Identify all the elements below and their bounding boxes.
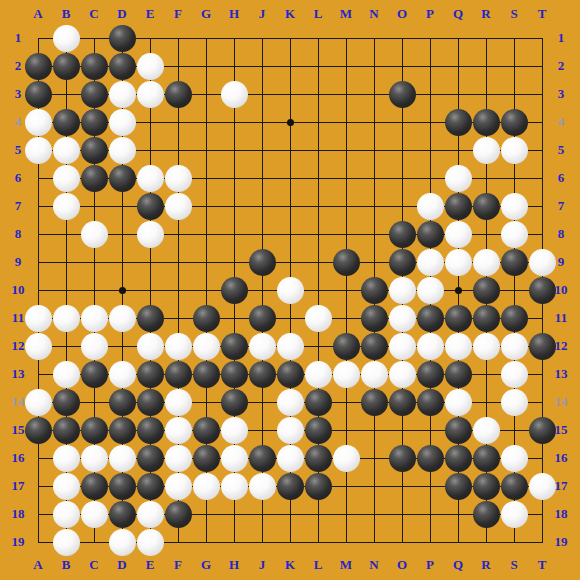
- intersection[interactable]: [360, 192, 388, 220]
- intersection[interactable]: [360, 416, 388, 444]
- intersection[interactable]: [248, 388, 276, 416]
- intersection[interactable]: [416, 360, 444, 388]
- intersection[interactable]: [192, 108, 220, 136]
- intersection[interactable]: [52, 276, 80, 304]
- intersection[interactable]: [304, 164, 332, 192]
- intersection[interactable]: [136, 388, 164, 416]
- intersection[interactable]: [360, 52, 388, 80]
- intersection[interactable]: [360, 444, 388, 472]
- intersection[interactable]: [500, 52, 528, 80]
- intersection[interactable]: [192, 24, 220, 52]
- intersection[interactable]: [80, 24, 108, 52]
- intersection[interactable]: [192, 388, 220, 416]
- intersection[interactable]: [136, 444, 164, 472]
- intersection[interactable]: [248, 108, 276, 136]
- intersection[interactable]: [136, 360, 164, 388]
- intersection[interactable]: [164, 416, 192, 444]
- intersection[interactable]: [472, 388, 500, 416]
- intersection[interactable]: [276, 164, 304, 192]
- intersection[interactable]: [52, 24, 80, 52]
- intersection[interactable]: [164, 164, 192, 192]
- intersection[interactable]: [500, 192, 528, 220]
- intersection[interactable]: [332, 332, 360, 360]
- intersection[interactable]: [276, 472, 304, 500]
- intersection[interactable]: [472, 108, 500, 136]
- intersection[interactable]: [360, 304, 388, 332]
- intersection[interactable]: [80, 80, 108, 108]
- intersection[interactable]: [108, 444, 136, 472]
- intersection[interactable]: [500, 220, 528, 248]
- intersection[interactable]: [220, 220, 248, 248]
- intersection[interactable]: [444, 500, 472, 528]
- intersection[interactable]: [472, 472, 500, 500]
- intersection[interactable]: [304, 416, 332, 444]
- intersection[interactable]: [108, 416, 136, 444]
- intersection[interactable]: [388, 52, 416, 80]
- intersection[interactable]: [472, 500, 500, 528]
- intersection[interactable]: [388, 360, 416, 388]
- intersection[interactable]: [220, 304, 248, 332]
- intersection[interactable]: [80, 304, 108, 332]
- intersection[interactable]: [360, 136, 388, 164]
- intersection[interactable]: [220, 416, 248, 444]
- intersection[interactable]: [332, 360, 360, 388]
- intersection[interactable]: [136, 276, 164, 304]
- intersection[interactable]: [52, 360, 80, 388]
- intersection[interactable]: [136, 248, 164, 276]
- intersection[interactable]: [304, 500, 332, 528]
- intersection[interactable]: [164, 80, 192, 108]
- intersection[interactable]: [192, 220, 220, 248]
- intersection[interactable]: [192, 472, 220, 500]
- intersection[interactable]: [416, 164, 444, 192]
- intersection[interactable]: [416, 528, 444, 556]
- intersection[interactable]: [444, 444, 472, 472]
- intersection[interactable]: [276, 220, 304, 248]
- intersection[interactable]: [52, 164, 80, 192]
- intersection[interactable]: [332, 24, 360, 52]
- intersection[interactable]: [444, 24, 472, 52]
- intersection[interactable]: [388, 220, 416, 248]
- intersection[interactable]: [80, 52, 108, 80]
- intersection[interactable]: [192, 52, 220, 80]
- intersection[interactable]: [416, 472, 444, 500]
- intersection[interactable]: [52, 52, 80, 80]
- intersection[interactable]: [192, 192, 220, 220]
- intersection[interactable]: [108, 276, 136, 304]
- intersection[interactable]: [108, 360, 136, 388]
- intersection[interactable]: [248, 416, 276, 444]
- intersection[interactable]: [500, 500, 528, 528]
- intersection[interactable]: [276, 276, 304, 304]
- intersection[interactable]: [444, 360, 472, 388]
- intersection[interactable]: [388, 304, 416, 332]
- intersection[interactable]: [304, 472, 332, 500]
- intersection[interactable]: [192, 304, 220, 332]
- intersection[interactable]: [220, 108, 248, 136]
- intersection[interactable]: [192, 528, 220, 556]
- intersection[interactable]: [276, 416, 304, 444]
- intersection[interactable]: [360, 248, 388, 276]
- intersection[interactable]: [444, 164, 472, 192]
- intersection[interactable]: [248, 164, 276, 192]
- intersection[interactable]: [220, 500, 248, 528]
- intersection[interactable]: [220, 388, 248, 416]
- intersection[interactable]: [80, 192, 108, 220]
- intersection[interactable]: [416, 220, 444, 248]
- intersection[interactable]: [80, 528, 108, 556]
- intersection[interactable]: [136, 192, 164, 220]
- intersection[interactable]: [52, 220, 80, 248]
- intersection[interactable]: [332, 80, 360, 108]
- intersection[interactable]: [304, 108, 332, 136]
- intersection[interactable]: [248, 24, 276, 52]
- intersection[interactable]: [136, 416, 164, 444]
- intersection[interactable]: [304, 24, 332, 52]
- intersection[interactable]: [304, 360, 332, 388]
- intersection[interactable]: [332, 416, 360, 444]
- intersection[interactable]: [500, 24, 528, 52]
- intersection[interactable]: [472, 192, 500, 220]
- intersection[interactable]: [52, 444, 80, 472]
- intersection[interactable]: [416, 500, 444, 528]
- intersection[interactable]: [332, 528, 360, 556]
- intersection[interactable]: [108, 388, 136, 416]
- intersection[interactable]: [108, 164, 136, 192]
- intersection[interactable]: [80, 332, 108, 360]
- intersection[interactable]: [108, 304, 136, 332]
- intersection[interactable]: [388, 192, 416, 220]
- intersection[interactable]: [388, 416, 416, 444]
- intersection[interactable]: [164, 52, 192, 80]
- intersection[interactable]: [276, 80, 304, 108]
- intersection[interactable]: [220, 80, 248, 108]
- intersection[interactable]: [332, 220, 360, 248]
- intersection[interactable]: [192, 80, 220, 108]
- intersection[interactable]: [388, 80, 416, 108]
- intersection[interactable]: [444, 136, 472, 164]
- intersection[interactable]: [388, 528, 416, 556]
- intersection[interactable]: [444, 220, 472, 248]
- intersection[interactable]: [500, 416, 528, 444]
- intersection[interactable]: [360, 108, 388, 136]
- intersection[interactable]: [416, 304, 444, 332]
- intersection[interactable]: [80, 500, 108, 528]
- intersection[interactable]: [80, 472, 108, 500]
- intersection[interactable]: [388, 108, 416, 136]
- intersection[interactable]: [388, 500, 416, 528]
- intersection[interactable]: [472, 332, 500, 360]
- intersection[interactable]: [416, 136, 444, 164]
- intersection[interactable]: [80, 416, 108, 444]
- intersection[interactable]: [444, 80, 472, 108]
- intersection[interactable]: [80, 444, 108, 472]
- intersection[interactable]: [360, 472, 388, 500]
- intersection[interactable]: [416, 332, 444, 360]
- intersection[interactable]: [192, 360, 220, 388]
- intersection[interactable]: [276, 248, 304, 276]
- intersection[interactable]: [164, 332, 192, 360]
- intersection[interactable]: [248, 248, 276, 276]
- intersection[interactable]: [108, 24, 136, 52]
- intersection[interactable]: [220, 164, 248, 192]
- intersection[interactable]: [220, 360, 248, 388]
- intersection[interactable]: [500, 248, 528, 276]
- intersection[interactable]: [416, 444, 444, 472]
- intersection[interactable]: [304, 444, 332, 472]
- intersection[interactable]: [164, 360, 192, 388]
- intersection[interactable]: [248, 136, 276, 164]
- intersection[interactable]: [52, 304, 80, 332]
- go-board[interactable]: [24, 24, 556, 556]
- intersection[interactable]: [388, 332, 416, 360]
- intersection[interactable]: [136, 220, 164, 248]
- intersection[interactable]: [332, 304, 360, 332]
- intersection[interactable]: [220, 248, 248, 276]
- intersection[interactable]: [108, 136, 136, 164]
- intersection[interactable]: [304, 80, 332, 108]
- intersection[interactable]: [332, 136, 360, 164]
- intersection[interactable]: [500, 472, 528, 500]
- intersection[interactable]: [444, 52, 472, 80]
- intersection[interactable]: [388, 444, 416, 472]
- intersection[interactable]: [192, 500, 220, 528]
- intersection[interactable]: [276, 360, 304, 388]
- intersection[interactable]: [276, 528, 304, 556]
- intersection[interactable]: [248, 332, 276, 360]
- intersection[interactable]: [276, 304, 304, 332]
- intersection[interactable]: [136, 332, 164, 360]
- intersection[interactable]: [472, 276, 500, 304]
- intersection[interactable]: [276, 444, 304, 472]
- intersection[interactable]: [220, 472, 248, 500]
- intersection[interactable]: [52, 416, 80, 444]
- intersection[interactable]: [192, 248, 220, 276]
- intersection[interactable]: [332, 164, 360, 192]
- intersection[interactable]: [304, 136, 332, 164]
- intersection[interactable]: [108, 528, 136, 556]
- intersection[interactable]: [360, 332, 388, 360]
- intersection[interactable]: [220, 444, 248, 472]
- intersection[interactable]: [248, 500, 276, 528]
- intersection[interactable]: [108, 108, 136, 136]
- intersection[interactable]: [220, 276, 248, 304]
- intersection[interactable]: [388, 164, 416, 192]
- intersection[interactable]: [472, 136, 500, 164]
- intersection[interactable]: [500, 388, 528, 416]
- intersection[interactable]: [276, 52, 304, 80]
- intersection[interactable]: [332, 248, 360, 276]
- intersection[interactable]: [52, 388, 80, 416]
- intersection[interactable]: [220, 136, 248, 164]
- intersection[interactable]: [304, 192, 332, 220]
- intersection[interactable]: [136, 500, 164, 528]
- intersection[interactable]: [192, 136, 220, 164]
- intersection[interactable]: [136, 136, 164, 164]
- intersection[interactable]: [304, 332, 332, 360]
- intersection[interactable]: [108, 500, 136, 528]
- intersection[interactable]: [80, 276, 108, 304]
- intersection[interactable]: [164, 108, 192, 136]
- intersection[interactable]: [108, 192, 136, 220]
- intersection[interactable]: [416, 276, 444, 304]
- intersection[interactable]: [276, 108, 304, 136]
- intersection[interactable]: [304, 528, 332, 556]
- intersection[interactable]: [52, 80, 80, 108]
- intersection[interactable]: [80, 136, 108, 164]
- intersection[interactable]: [472, 52, 500, 80]
- intersection[interactable]: [388, 276, 416, 304]
- intersection[interactable]: [80, 220, 108, 248]
- intersection[interactable]: [108, 472, 136, 500]
- intersection[interactable]: [304, 52, 332, 80]
- intersection[interactable]: [332, 108, 360, 136]
- intersection[interactable]: [304, 388, 332, 416]
- intersection[interactable]: [444, 108, 472, 136]
- intersection[interactable]: [500, 360, 528, 388]
- intersection[interactable]: [164, 444, 192, 472]
- intersection[interactable]: [192, 276, 220, 304]
- intersection[interactable]: [108, 248, 136, 276]
- intersection[interactable]: [164, 500, 192, 528]
- intersection[interactable]: [472, 528, 500, 556]
- intersection[interactable]: [80, 164, 108, 192]
- intersection[interactable]: [332, 444, 360, 472]
- intersection[interactable]: [388, 388, 416, 416]
- intersection[interactable]: [360, 528, 388, 556]
- intersection[interactable]: [444, 248, 472, 276]
- intersection[interactable]: [164, 388, 192, 416]
- intersection[interactable]: [500, 136, 528, 164]
- intersection[interactable]: [500, 108, 528, 136]
- intersection[interactable]: [416, 416, 444, 444]
- intersection[interactable]: [108, 80, 136, 108]
- intersection[interactable]: [472, 164, 500, 192]
- intersection[interactable]: [192, 444, 220, 472]
- intersection[interactable]: [472, 304, 500, 332]
- intersection[interactable]: [136, 24, 164, 52]
- intersection[interactable]: [276, 136, 304, 164]
- intersection[interactable]: [416, 108, 444, 136]
- intersection[interactable]: [500, 276, 528, 304]
- intersection[interactable]: [52, 108, 80, 136]
- intersection[interactable]: [360, 220, 388, 248]
- intersection[interactable]: [52, 136, 80, 164]
- intersection[interactable]: [304, 220, 332, 248]
- intersection[interactable]: [360, 500, 388, 528]
- intersection[interactable]: [332, 500, 360, 528]
- intersection[interactable]: [80, 248, 108, 276]
- intersection[interactable]: [444, 192, 472, 220]
- intersection[interactable]: [164, 528, 192, 556]
- intersection[interactable]: [332, 276, 360, 304]
- intersection[interactable]: [332, 52, 360, 80]
- intersection[interactable]: [164, 472, 192, 500]
- intersection[interactable]: [164, 136, 192, 164]
- intersection[interactable]: [80, 360, 108, 388]
- intersection[interactable]: [164, 220, 192, 248]
- intersection[interactable]: [164, 24, 192, 52]
- intersection[interactable]: [416, 388, 444, 416]
- intersection[interactable]: [248, 444, 276, 472]
- intersection[interactable]: [444, 388, 472, 416]
- intersection[interactable]: [220, 528, 248, 556]
- intersection[interactable]: [80, 108, 108, 136]
- intersection[interactable]: [472, 360, 500, 388]
- intersection[interactable]: [108, 220, 136, 248]
- intersection[interactable]: [304, 248, 332, 276]
- intersection[interactable]: [248, 80, 276, 108]
- intersection[interactable]: [248, 304, 276, 332]
- intersection[interactable]: [52, 528, 80, 556]
- intersection[interactable]: [52, 192, 80, 220]
- intersection[interactable]: [136, 52, 164, 80]
- intersection[interactable]: [360, 388, 388, 416]
- intersection[interactable]: [500, 332, 528, 360]
- intersection[interactable]: [360, 276, 388, 304]
- intersection[interactable]: [444, 528, 472, 556]
- intersection[interactable]: [360, 164, 388, 192]
- intersection[interactable]: [164, 304, 192, 332]
- intersection[interactable]: [164, 192, 192, 220]
- intersection[interactable]: [388, 472, 416, 500]
- intersection[interactable]: [500, 80, 528, 108]
- intersection[interactable]: [248, 360, 276, 388]
- intersection[interactable]: [136, 472, 164, 500]
- intersection[interactable]: [388, 24, 416, 52]
- intersection[interactable]: [276, 192, 304, 220]
- intersection[interactable]: [444, 332, 472, 360]
- intersection[interactable]: [388, 136, 416, 164]
- intersection[interactable]: [444, 472, 472, 500]
- intersection[interactable]: [220, 192, 248, 220]
- intersection[interactable]: [416, 52, 444, 80]
- intersection[interactable]: [472, 24, 500, 52]
- intersection[interactable]: [136, 164, 164, 192]
- intersection[interactable]: [192, 164, 220, 192]
- intersection[interactable]: [248, 276, 276, 304]
- intersection[interactable]: [360, 80, 388, 108]
- intersection[interactable]: [500, 164, 528, 192]
- intersection[interactable]: [248, 472, 276, 500]
- intersection[interactable]: [52, 500, 80, 528]
- intersection[interactable]: [416, 192, 444, 220]
- intersection[interactable]: [80, 388, 108, 416]
- intersection[interactable]: [52, 248, 80, 276]
- intersection[interactable]: [108, 52, 136, 80]
- intersection[interactable]: [136, 304, 164, 332]
- intersection[interactable]: [248, 528, 276, 556]
- intersection[interactable]: [220, 332, 248, 360]
- intersection[interactable]: [360, 24, 388, 52]
- intersection[interactable]: [52, 332, 80, 360]
- intersection[interactable]: [500, 528, 528, 556]
- intersection[interactable]: [304, 304, 332, 332]
- intersection[interactable]: [472, 416, 500, 444]
- intersection[interactable]: [388, 248, 416, 276]
- intersection[interactable]: [276, 500, 304, 528]
- intersection[interactable]: [416, 24, 444, 52]
- intersection[interactable]: [192, 416, 220, 444]
- intersection[interactable]: [276, 332, 304, 360]
- intersection[interactable]: [360, 360, 388, 388]
- intersection[interactable]: [444, 416, 472, 444]
- intersection[interactable]: [416, 80, 444, 108]
- intersection[interactable]: [164, 276, 192, 304]
- intersection[interactable]: [248, 220, 276, 248]
- intersection[interactable]: [500, 304, 528, 332]
- intersection[interactable]: [192, 332, 220, 360]
